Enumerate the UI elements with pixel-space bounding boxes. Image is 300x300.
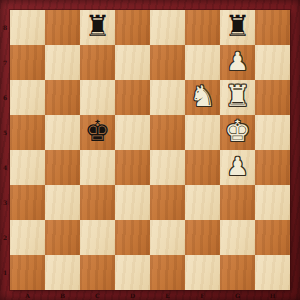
- square-b5[interactable]: [45, 115, 80, 150]
- square-h5[interactable]: [255, 115, 290, 150]
- square-c7[interactable]: [80, 45, 115, 80]
- square-g2[interactable]: [220, 220, 255, 255]
- rank-label-2: 2: [0, 220, 10, 255]
- square-f6[interactable]: ♞: [185, 80, 220, 115]
- square-d4[interactable]: [115, 150, 150, 185]
- black-rook-g8[interactable]: ♜: [225, 9, 251, 44]
- rank-label-7: 7: [0, 45, 10, 80]
- square-d5[interactable]: [115, 115, 150, 150]
- square-b6[interactable]: [45, 80, 80, 115]
- square-e4[interactable]: [150, 150, 185, 185]
- square-c1[interactable]: [80, 255, 115, 290]
- white-pawn-g4[interactable]: ♟: [226, 149, 248, 184]
- square-e1[interactable]: [150, 255, 185, 290]
- square-a8[interactable]: [10, 10, 45, 45]
- square-a1[interactable]: [10, 255, 45, 290]
- square-g4[interactable]: ♟: [220, 150, 255, 185]
- black-rook-c8[interactable]: ♜: [85, 9, 111, 44]
- white-pawn-g7[interactable]: ♟: [226, 44, 248, 79]
- square-c5[interactable]: ♚: [80, 115, 115, 150]
- file-label-e: E: [150, 290, 185, 300]
- square-b7[interactable]: [45, 45, 80, 80]
- rank-label-8: 8: [0, 10, 10, 45]
- square-e5[interactable]: [150, 115, 185, 150]
- file-label-h: H: [255, 290, 290, 300]
- square-g1[interactable]: [220, 255, 255, 290]
- square-a5[interactable]: [10, 115, 45, 150]
- chess-diagram: 87654321 ABCDEFGH ♜♜♟♞♜♚♚♟: [0, 0, 300, 300]
- white-rook-g6[interactable]: ♜: [225, 79, 251, 114]
- white-king-g5[interactable]: ♚: [225, 114, 251, 149]
- square-h2[interactable]: [255, 220, 290, 255]
- file-label-f: F: [185, 290, 220, 300]
- square-d2[interactable]: [115, 220, 150, 255]
- square-h8[interactable]: [255, 10, 290, 45]
- square-b3[interactable]: [45, 185, 80, 220]
- file-label-a: A: [10, 290, 45, 300]
- rank-label-5: 5: [0, 115, 10, 150]
- square-b2[interactable]: [45, 220, 80, 255]
- square-c6[interactable]: [80, 80, 115, 115]
- square-e3[interactable]: [150, 185, 185, 220]
- square-e2[interactable]: [150, 220, 185, 255]
- square-h4[interactable]: [255, 150, 290, 185]
- square-d8[interactable]: [115, 10, 150, 45]
- rank-label-3: 3: [0, 185, 10, 220]
- file-label-b: B: [45, 290, 80, 300]
- white-knight-f6[interactable]: ♞: [190, 79, 216, 114]
- square-a6[interactable]: [10, 80, 45, 115]
- square-a4[interactable]: [10, 150, 45, 185]
- square-g5[interactable]: ♚: [220, 115, 255, 150]
- square-c4[interactable]: [80, 150, 115, 185]
- square-f4[interactable]: [185, 150, 220, 185]
- square-c8[interactable]: ♜: [80, 10, 115, 45]
- chess-board: ♜♜♟♞♜♚♚♟: [10, 10, 290, 290]
- square-h7[interactable]: [255, 45, 290, 80]
- file-label-c: C: [80, 290, 115, 300]
- square-d1[interactable]: [115, 255, 150, 290]
- square-f7[interactable]: [185, 45, 220, 80]
- square-d3[interactable]: [115, 185, 150, 220]
- square-c3[interactable]: [80, 185, 115, 220]
- square-h6[interactable]: [255, 80, 290, 115]
- square-b4[interactable]: [45, 150, 80, 185]
- square-e8[interactable]: [150, 10, 185, 45]
- file-label-d: D: [115, 290, 150, 300]
- rank-label-1: 1: [0, 255, 10, 290]
- square-a3[interactable]: [10, 185, 45, 220]
- square-g8[interactable]: ♜: [220, 10, 255, 45]
- square-g6[interactable]: ♜: [220, 80, 255, 115]
- rank-labels: 87654321: [0, 10, 10, 290]
- square-g3[interactable]: [220, 185, 255, 220]
- square-f5[interactable]: [185, 115, 220, 150]
- square-g7[interactable]: ♟: [220, 45, 255, 80]
- square-b8[interactable]: [45, 10, 80, 45]
- square-f2[interactable]: [185, 220, 220, 255]
- file-label-g: G: [220, 290, 255, 300]
- square-e6[interactable]: [150, 80, 185, 115]
- square-a2[interactable]: [10, 220, 45, 255]
- square-f3[interactable]: [185, 185, 220, 220]
- square-h3[interactable]: [255, 185, 290, 220]
- square-h1[interactable]: [255, 255, 290, 290]
- square-d6[interactable]: [115, 80, 150, 115]
- rank-label-6: 6: [0, 80, 10, 115]
- square-f1[interactable]: [185, 255, 220, 290]
- square-d7[interactable]: [115, 45, 150, 80]
- black-king-c5[interactable]: ♚: [85, 114, 111, 149]
- square-c2[interactable]: [80, 220, 115, 255]
- file-labels: ABCDEFGH: [10, 290, 290, 300]
- square-a7[interactable]: [10, 45, 45, 80]
- square-b1[interactable]: [45, 255, 80, 290]
- square-f8[interactable]: [185, 10, 220, 45]
- square-e7[interactable]: [150, 45, 185, 80]
- rank-label-4: 4: [0, 150, 10, 185]
